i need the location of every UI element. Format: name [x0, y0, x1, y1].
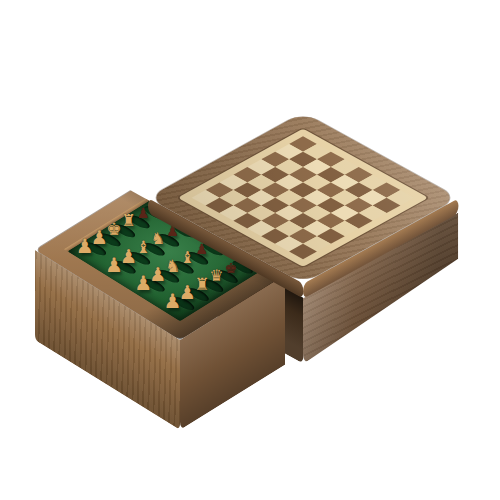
- dark-king-piece[interactable]: ♚: [225, 260, 238, 274]
- light-king-piece[interactable]: ♚: [106, 221, 121, 238]
- light-knight-piece[interactable]: ♞: [151, 231, 165, 247]
- light-pawn-piece[interactable]: ♟: [164, 291, 182, 311]
- light-pawn-piece[interactable]: ♟: [105, 255, 123, 275]
- light-bishop-piece[interactable]: ♝: [136, 239, 151, 256]
- light-rook-piece[interactable]: ♜: [121, 213, 135, 229]
- light-queen-piece[interactable]: ♛: [209, 268, 223, 284]
- light-bishop-piece[interactable]: ♝: [180, 249, 194, 265]
- light-pawn-piece[interactable]: ♟: [76, 237, 94, 257]
- light-knight-piece[interactable]: ♞: [165, 258, 180, 275]
- chess-box-product-photo: ♜♞♝♛♟♟♟♚♜♞♝♛♚♝♞♜♟♟♟♟♟♟♟♟: [0, 0, 500, 500]
- light-rook-piece[interactable]: ♜: [194, 276, 209, 293]
- light-pawn-piece[interactable]: ♟: [134, 273, 152, 293]
